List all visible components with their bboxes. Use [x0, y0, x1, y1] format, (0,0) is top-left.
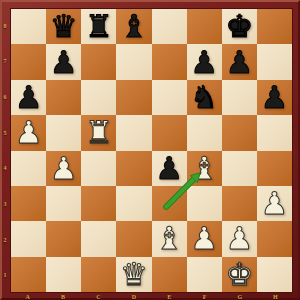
- square-a7[interactable]: [11, 44, 46, 79]
- rank-label-2: 2: [0, 222, 10, 258]
- square-e7[interactable]: [152, 44, 187, 79]
- square-c7[interactable]: [81, 44, 116, 79]
- square-h6[interactable]: ♟: [257, 80, 292, 115]
- square-g3[interactable]: [222, 186, 257, 221]
- rank-label-8: 8: [0, 8, 10, 44]
- square-a1[interactable]: [11, 257, 46, 292]
- rank-label-5: 5: [0, 115, 10, 151]
- square-e6[interactable]: [152, 80, 187, 115]
- square-b6[interactable]: [46, 80, 81, 115]
- square-f5[interactable]: [187, 115, 222, 150]
- file-label-E: E: [152, 293, 187, 300]
- square-d1[interactable]: ♛: [116, 257, 151, 292]
- square-h4[interactable]: [257, 151, 292, 186]
- square-e5[interactable]: [152, 115, 187, 150]
- rank-label-3: 3: [0, 186, 10, 222]
- square-c4[interactable]: [81, 151, 116, 186]
- square-d8[interactable]: ♝: [116, 9, 151, 44]
- square-c5[interactable]: ♜: [81, 115, 116, 150]
- square-g8[interactable]: ♚: [222, 9, 257, 44]
- rank-label-1: 1: [0, 257, 10, 293]
- square-g5[interactable]: [222, 115, 257, 150]
- square-b5[interactable]: [46, 115, 81, 150]
- white-king-g1[interactable]: ♚: [225, 259, 253, 290]
- square-e3[interactable]: [152, 186, 187, 221]
- file-label-F: F: [187, 293, 222, 300]
- square-c2[interactable]: [81, 221, 116, 256]
- square-h2[interactable]: [257, 221, 292, 256]
- square-a3[interactable]: [11, 186, 46, 221]
- square-g1[interactable]: ♚: [222, 257, 257, 292]
- square-f6[interactable]: ♞: [187, 80, 222, 115]
- square-g7[interactable]: ♟: [222, 44, 257, 79]
- rank-label-6: 6: [0, 79, 10, 115]
- black-pawn-b7[interactable]: ♟: [50, 47, 78, 78]
- square-f8[interactable]: [187, 9, 222, 44]
- square-c6[interactable]: [81, 80, 116, 115]
- rank-label-4: 4: [0, 151, 10, 187]
- square-e2[interactable]: ♝: [152, 221, 187, 256]
- square-h7[interactable]: [257, 44, 292, 79]
- square-h8[interactable]: [257, 9, 292, 44]
- square-h1[interactable]: [257, 257, 292, 292]
- square-a6[interactable]: ♟: [11, 80, 46, 115]
- square-b4[interactable]: ♟: [46, 151, 81, 186]
- rank-label-7: 7: [0, 44, 10, 80]
- square-g6[interactable]: [222, 80, 257, 115]
- black-rook-c8[interactable]: ♜: [85, 11, 113, 42]
- square-f2[interactable]: ♟: [187, 221, 222, 256]
- black-pawn-a6[interactable]: ♟: [15, 82, 43, 113]
- square-b2[interactable]: [46, 221, 81, 256]
- white-queen-d1[interactable]: ♛: [120, 259, 148, 290]
- square-d7[interactable]: [116, 44, 151, 79]
- square-e8[interactable]: [152, 9, 187, 44]
- square-c3[interactable]: [81, 186, 116, 221]
- square-h3[interactable]: ♟: [257, 186, 292, 221]
- chess-app-window: ♛♜♝♚♟♟♟♟♞♟♟♜♟♟♝♟♝♟♟♛♚ 87654321 ABCDEFGH: [0, 0, 300, 300]
- square-d4[interactable]: [116, 151, 151, 186]
- white-pawn-b4[interactable]: ♟: [50, 153, 78, 184]
- square-h5[interactable]: [257, 115, 292, 150]
- black-king-g8[interactable]: ♚: [225, 11, 253, 42]
- white-pawn-a5[interactable]: ♟: [15, 117, 43, 148]
- black-pawn-f7[interactable]: ♟: [190, 47, 218, 78]
- white-rook-c5[interactable]: ♜: [85, 117, 113, 148]
- square-a4[interactable]: [11, 151, 46, 186]
- square-b8[interactable]: ♛: [46, 9, 81, 44]
- black-knight-f6[interactable]: ♞: [190, 82, 218, 113]
- white-bishop-f4[interactable]: ♝: [190, 153, 218, 184]
- square-b1[interactable]: [46, 257, 81, 292]
- file-label-A: A: [10, 293, 45, 300]
- file-label-B: B: [45, 293, 80, 300]
- square-f7[interactable]: ♟: [187, 44, 222, 79]
- black-pawn-g7[interactable]: ♟: [225, 47, 253, 78]
- square-a5[interactable]: ♟: [11, 115, 46, 150]
- file-label-C: C: [81, 293, 116, 300]
- square-d5[interactable]: [116, 115, 151, 150]
- white-pawn-f2[interactable]: ♟: [190, 223, 218, 254]
- square-b7[interactable]: ♟: [46, 44, 81, 79]
- square-b3[interactable]: [46, 186, 81, 221]
- square-f1[interactable]: [187, 257, 222, 292]
- file-label-D: D: [116, 293, 151, 300]
- black-bishop-d8[interactable]: ♝: [120, 11, 148, 42]
- square-d2[interactable]: [116, 221, 151, 256]
- black-queen-b8[interactable]: ♛: [50, 11, 78, 42]
- square-d3[interactable]: [116, 186, 151, 221]
- square-g4[interactable]: [222, 151, 257, 186]
- file-label-G: G: [222, 293, 257, 300]
- square-c1[interactable]: [81, 257, 116, 292]
- black-pawn-h6[interactable]: ♟: [261, 82, 289, 113]
- file-label-H: H: [258, 293, 293, 300]
- square-a8[interactable]: [11, 9, 46, 44]
- white-bishop-e2[interactable]: ♝: [155, 223, 183, 254]
- square-d6[interactable]: [116, 80, 151, 115]
- square-c8[interactable]: ♜: [81, 9, 116, 44]
- white-pawn-g2[interactable]: ♟: [225, 223, 253, 254]
- square-g2[interactable]: ♟: [222, 221, 257, 256]
- black-pawn-e4[interactable]: ♟: [155, 153, 183, 184]
- white-pawn-h3[interactable]: ♟: [261, 188, 289, 219]
- square-f3[interactable]: [187, 186, 222, 221]
- square-e1[interactable]: [152, 257, 187, 292]
- square-f4[interactable]: ♝: [187, 151, 222, 186]
- square-e4[interactable]: ♟: [152, 151, 187, 186]
- chess-board[interactable]: ♛♜♝♚♟♟♟♟♞♟♟♜♟♟♝♟♝♟♟♛♚: [10, 8, 293, 293]
- square-a2[interactable]: [11, 221, 46, 256]
